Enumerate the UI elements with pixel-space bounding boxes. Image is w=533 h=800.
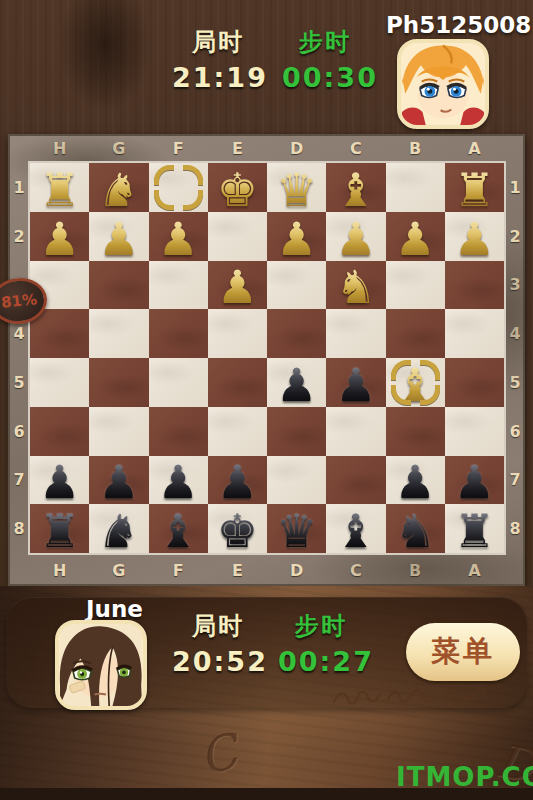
file-label-bottom-h: H (30, 554, 89, 586)
square-d2[interactable]: ♟ (267, 212, 326, 261)
square-d5[interactable]: ♟ (267, 358, 326, 407)
square-h7[interactable]: ♟ (30, 456, 89, 505)
square-e4[interactable] (208, 309, 267, 358)
square-f3[interactable] (149, 261, 208, 310)
bottom-game-clock: 局时 20:52 (172, 610, 264, 677)
white-rook: ♜ (30, 165, 89, 215)
square-a5[interactable] (445, 358, 504, 407)
square-d1[interactable]: ♛ (267, 163, 326, 212)
square-h1[interactable]: ♜ (30, 163, 89, 212)
rank-label-left-8: 8 (8, 504, 30, 553)
rank-label-right-7: 7 (504, 456, 526, 505)
menu-button[interactable]: 菜单 (406, 623, 520, 681)
square-g4[interactable] (89, 309, 148, 358)
square-c5[interactable]: ♟ (326, 358, 385, 407)
square-f5[interactable] (149, 358, 208, 407)
move-highlight-claw (154, 165, 174, 185)
white-queen: ♛ (267, 165, 326, 215)
rank-label-right-6: 6 (504, 407, 526, 456)
black-rook: ♜ (445, 506, 504, 556)
rank-label-right-2: 2 (504, 212, 526, 261)
move-highlight-claw (154, 190, 174, 210)
black-knight: ♞ (386, 506, 445, 556)
square-h2[interactable]: ♟ (30, 212, 89, 261)
file-label-bottom-f: F (149, 554, 208, 586)
square-f1[interactable] (149, 163, 208, 212)
top-game-time-label: 局时 (172, 26, 264, 58)
square-e2[interactable] (208, 212, 267, 261)
white-knight: ♞ (89, 165, 148, 215)
square-e5[interactable] (208, 358, 267, 407)
square-b2[interactable]: ♟ (386, 212, 445, 261)
black-rook: ♜ (30, 506, 89, 556)
white-bishop: ♝ (326, 165, 385, 215)
square-b6[interactable] (386, 407, 445, 456)
file-label-bottom-a: A (445, 554, 504, 586)
square-a2[interactable]: ♟ (445, 212, 504, 261)
square-h8[interactable]: ♜ (30, 504, 89, 553)
square-a6[interactable] (445, 407, 504, 456)
white-pawn: ♟ (386, 214, 445, 264)
board-grid: ♜♞♚♛♝♜♟♟♟♟♟♟♟♟♞♟♟♝♟♟♟♟♟♟♜♞♝♚♛♝♞♜ (30, 163, 504, 553)
square-a1[interactable]: ♜ (445, 163, 504, 212)
black-queen: ♛ (267, 506, 326, 556)
wood-knot-decoration (60, 0, 150, 110)
move-highlight-claw (183, 190, 203, 210)
square-a8[interactable]: ♜ (445, 504, 504, 553)
square-d6[interactable] (267, 407, 326, 456)
square-e6[interactable] (208, 407, 267, 456)
white-bishop: ♝ (386, 360, 445, 410)
black-pawn: ♟ (208, 457, 267, 507)
top-game-clock: 局时 21:19 (172, 26, 264, 93)
bottom-game-time-label: 局时 (172, 610, 264, 642)
file-label-top-h: H (30, 134, 89, 162)
square-g6[interactable] (89, 407, 148, 456)
black-pawn: ♟ (89, 457, 148, 507)
square-a3[interactable] (445, 261, 504, 310)
square-c2[interactable]: ♟ (326, 212, 385, 261)
square-c4[interactable] (326, 309, 385, 358)
white-pawn: ♟ (326, 214, 385, 264)
bottom-player-avatar[interactable] (55, 620, 147, 710)
white-pawn: ♟ (208, 262, 267, 312)
square-g1[interactable]: ♞ (89, 163, 148, 212)
rank-label-left-1: 1 (8, 163, 30, 212)
square-d4[interactable] (267, 309, 326, 358)
file-label-bottom-d: D (267, 554, 326, 586)
square-a7[interactable]: ♟ (445, 456, 504, 505)
square-e8[interactable]: ♚ (208, 504, 267, 553)
file-labels-top: HGFEDCBA (30, 134, 504, 162)
square-f4[interactable] (149, 309, 208, 358)
square-d8[interactable]: ♛ (267, 504, 326, 553)
white-rook: ♜ (445, 165, 504, 215)
file-label-bottom-e: E (208, 554, 267, 586)
square-h5[interactable] (30, 358, 89, 407)
black-bishop: ♝ (326, 506, 385, 556)
rank-label-left-2: 2 (8, 212, 30, 261)
top-player-name: Ph5125008 (386, 12, 531, 38)
rank-labels-right: 12345678 (504, 163, 526, 553)
file-label-top-a: A (445, 134, 504, 162)
square-b5[interactable]: ♝ (386, 358, 445, 407)
square-b3[interactable] (386, 261, 445, 310)
black-pawn: ♟ (149, 457, 208, 507)
square-g7[interactable]: ♟ (89, 456, 148, 505)
bottom-player-name: June (86, 596, 143, 622)
file-label-top-d: D (267, 134, 326, 162)
square-c8[interactable]: ♝ (326, 504, 385, 553)
square-e1[interactable]: ♚ (208, 163, 267, 212)
top-move-time-label: 步时 (282, 26, 368, 58)
file-label-bottom-b: B (386, 554, 445, 586)
white-king: ♚ (208, 165, 267, 215)
june-avatar-illustration (59, 624, 143, 706)
square-f2[interactable]: ♟ (149, 212, 208, 261)
square-g3[interactable] (89, 261, 148, 310)
top-game-time: 21:19 (172, 62, 264, 93)
white-pawn: ♟ (30, 214, 89, 264)
square-f6[interactable] (149, 407, 208, 456)
square-e3[interactable]: ♟ (208, 261, 267, 310)
square-c6[interactable] (326, 407, 385, 456)
file-label-bottom-g: G (89, 554, 148, 586)
rank-label-left-6: 6 (8, 407, 30, 456)
file-label-top-g: G (89, 134, 148, 162)
rank-label-right-4: 4 (504, 309, 526, 358)
file-label-bottom-c: C (326, 554, 385, 586)
square-b7[interactable]: ♟ (386, 456, 445, 505)
rank-label-right-1: 1 (504, 163, 526, 212)
square-g5[interactable] (89, 358, 148, 407)
rank-label-right-5: 5 (504, 358, 526, 407)
white-pawn: ♟ (445, 214, 504, 264)
square-c1[interactable]: ♝ (326, 163, 385, 212)
square-c3[interactable]: ♞ (326, 261, 385, 310)
file-label-top-b: B (386, 134, 445, 162)
top-move-time: 00:30 (282, 62, 368, 93)
square-g2[interactable]: ♟ (89, 212, 148, 261)
white-knight: ♞ (326, 262, 385, 312)
move-highlight-claw (420, 360, 440, 380)
square-b4[interactable] (386, 309, 445, 358)
rank-label-right-8: 8 (504, 504, 526, 553)
bottom-game-time: 20:52 (172, 646, 264, 677)
game-screen: 局时 21:19 步时 00:30 Ph5125008 (0, 0, 533, 800)
square-h6[interactable] (30, 407, 89, 456)
bottom-move-time: 00:27 (278, 646, 364, 677)
rank-label-left-5: 5 (8, 358, 30, 407)
bottom-move-time-label: 步时 (278, 610, 364, 642)
rank-label-left-7: 7 (8, 456, 30, 505)
rank-labels-left: 12345678 (8, 163, 30, 553)
file-label-top-e: E (208, 134, 267, 162)
square-f7[interactable]: ♟ (149, 456, 208, 505)
black-knight: ♞ (89, 506, 148, 556)
white-pawn: ♟ (149, 214, 208, 264)
square-b1[interactable] (386, 163, 445, 212)
top-player-avatar[interactable] (397, 39, 489, 129)
chess-board: HGFEDCBA HGFEDCBA 12345678 12345678 ♜♞♚♛… (8, 134, 525, 586)
black-bishop: ♝ (149, 506, 208, 556)
carved-letter-c: C (194, 722, 243, 785)
black-pawn: ♟ (30, 457, 89, 507)
bottom-player-panel: June 局时 20:5 (6, 597, 527, 708)
move-highlight-claw (391, 360, 411, 380)
square-d3[interactable] (267, 261, 326, 310)
file-label-top-c: C (326, 134, 385, 162)
white-pawn: ♟ (89, 214, 148, 264)
bottom-edge (0, 788, 533, 800)
move-highlight-claw (183, 165, 203, 185)
white-pawn: ♟ (267, 214, 326, 264)
square-e7[interactable]: ♟ (208, 456, 267, 505)
black-pawn: ♟ (386, 457, 445, 507)
square-f8[interactable]: ♝ (149, 504, 208, 553)
move-highlight-claw (420, 385, 440, 405)
square-d7[interactable] (267, 456, 326, 505)
rank-label-right-3: 3 (504, 261, 526, 310)
top-move-clock: 步时 00:30 (282, 26, 368, 93)
file-labels-bottom: HGFEDCBA (30, 554, 504, 586)
square-a4[interactable] (445, 309, 504, 358)
black-pawn: ♟ (326, 360, 385, 410)
black-pawn: ♟ (267, 360, 326, 410)
move-highlight-claw (391, 385, 411, 405)
black-king: ♚ (208, 506, 267, 556)
black-pawn: ♟ (445, 457, 504, 507)
square-b8[interactable]: ♞ (386, 504, 445, 553)
bottom-move-clock: 步时 00:27 (278, 610, 364, 677)
square-c7[interactable] (326, 456, 385, 505)
file-label-top-f: F (149, 134, 208, 162)
square-g8[interactable]: ♞ (89, 504, 148, 553)
blonde-avatar-illustration (401, 43, 485, 125)
